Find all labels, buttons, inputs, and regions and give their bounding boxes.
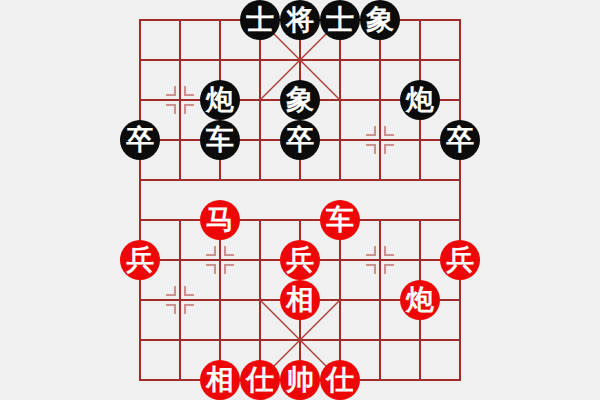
red-chariot[interactable]: 车 bbox=[320, 200, 360, 240]
board-point: 卒 bbox=[120, 120, 160, 160]
piece-layer: 士将士象炮象炮卒车卒卒马车兵兵兵相炮相仕帅仕 bbox=[120, 0, 480, 400]
red-advisor[interactable]: 仕 bbox=[320, 360, 360, 400]
red-soldier[interactable]: 兵 bbox=[120, 240, 160, 280]
board-point: 象 bbox=[360, 0, 400, 40]
board-point: 相 bbox=[200, 360, 240, 400]
black-soldier[interactable]: 卒 bbox=[440, 120, 480, 160]
black-cannon[interactable]: 炮 bbox=[200, 80, 240, 120]
board-point: 仕 bbox=[320, 360, 360, 400]
black-cannon[interactable]: 炮 bbox=[400, 80, 440, 120]
red-soldier[interactable]: 兵 bbox=[440, 240, 480, 280]
board-point: 兵 bbox=[440, 240, 480, 280]
board-point: 马 bbox=[200, 200, 240, 240]
red-elephant[interactable]: 相 bbox=[200, 360, 240, 400]
red-general[interactable]: 帅 bbox=[280, 360, 320, 400]
board-point: 兵 bbox=[120, 240, 160, 280]
xiangqi-app: 士将士象炮象炮卒车卒卒马车兵兵兵相炮相仕帅仕 bbox=[0, 0, 600, 400]
black-advisor[interactable]: 士 bbox=[320, 0, 360, 40]
board-point: 士 bbox=[240, 0, 280, 40]
board-point: 帅 bbox=[280, 360, 320, 400]
board-point: 将 bbox=[280, 0, 320, 40]
board-point: 士 bbox=[320, 0, 360, 40]
red-elephant[interactable]: 相 bbox=[280, 280, 320, 320]
black-soldier[interactable]: 卒 bbox=[280, 120, 320, 160]
black-general[interactable]: 将 bbox=[280, 0, 320, 40]
red-soldier[interactable]: 兵 bbox=[280, 240, 320, 280]
board-point: 仕 bbox=[240, 360, 280, 400]
board-point: 车 bbox=[320, 200, 360, 240]
board-point: 车 bbox=[200, 120, 240, 160]
board-point: 炮 bbox=[200, 80, 240, 120]
red-advisor[interactable]: 仕 bbox=[240, 360, 280, 400]
black-soldier[interactable]: 卒 bbox=[120, 120, 160, 160]
red-horse[interactable]: 马 bbox=[200, 200, 240, 240]
board-point: 相 bbox=[280, 280, 320, 320]
board-point: 象 bbox=[280, 80, 320, 120]
black-advisor[interactable]: 士 bbox=[240, 0, 280, 40]
black-chariot[interactable]: 车 bbox=[200, 120, 240, 160]
black-elephant[interactable]: 象 bbox=[360, 0, 400, 40]
red-cannon[interactable]: 炮 bbox=[400, 280, 440, 320]
board-point: 兵 bbox=[280, 240, 320, 280]
board-point: 卒 bbox=[280, 120, 320, 160]
board-point: 炮 bbox=[400, 280, 440, 320]
black-elephant[interactable]: 象 bbox=[280, 80, 320, 120]
board-point: 卒 bbox=[440, 120, 480, 160]
board-point: 炮 bbox=[400, 80, 440, 120]
